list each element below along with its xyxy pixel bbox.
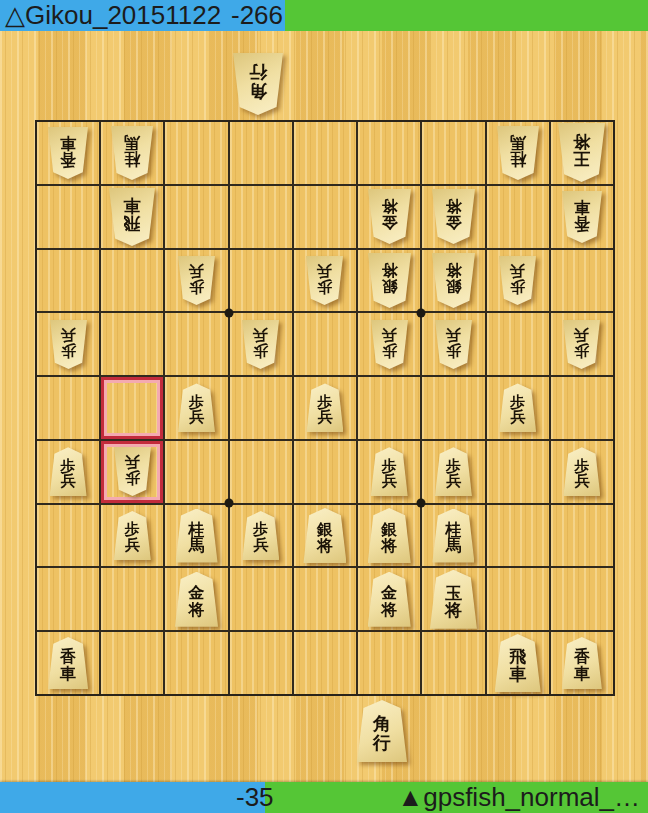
piece-kanji: 香 (574, 214, 590, 230)
piece-kanji: 将 (381, 261, 397, 277)
piece-kanji: 歩 (253, 342, 268, 357)
piece-kanji: 歩 (61, 342, 76, 357)
square-6a[interactable] (230, 122, 292, 184)
piece-silver-gote: 銀将 (368, 253, 411, 308)
square-6f[interactable] (230, 441, 292, 503)
square-4h[interactable]: 金将 (358, 568, 420, 630)
piece-face: 銀将 (303, 508, 346, 563)
sente-player-name: ▲gpsfish_normal_… (397, 782, 640, 813)
square-6c[interactable] (230, 250, 292, 312)
piece-kanji: 歩 (125, 470, 140, 485)
piece-gold-sente: 金将 (175, 572, 218, 627)
piece-face: 飛車 (109, 188, 155, 246)
piece-face: 角行 (233, 53, 283, 115)
piece-gold-sente: 金将 (368, 572, 411, 627)
piece-face: 歩兵 (114, 447, 151, 496)
piece-face: 金将 (175, 572, 218, 627)
piece-kanji: 将 (573, 133, 590, 151)
square-9f[interactable]: 歩兵 (37, 441, 99, 503)
piece-pawn-sente: 歩兵 (242, 511, 279, 560)
piece-kanji: 兵 (189, 263, 204, 278)
piece-kanji: 将 (445, 602, 462, 620)
piece-kanji: 兵 (61, 327, 76, 342)
piece-pawn-sente: 歩兵 (563, 447, 600, 496)
square-2d[interactable] (487, 313, 549, 375)
piece-kanji: 行 (249, 62, 267, 81)
piece-pawn-gote: 歩兵 (306, 256, 343, 305)
square-5a[interactable] (294, 122, 356, 184)
square-7b[interactable] (165, 186, 227, 248)
star-point (224, 499, 233, 508)
piece-silver-sente: 銀将 (368, 508, 411, 563)
piece-face: 角行 (357, 700, 407, 762)
piece-kanji: 金 (445, 214, 461, 230)
piece-kanji: 兵 (317, 263, 332, 278)
piece-kanji: 兵 (253, 538, 268, 553)
square-9d[interactable]: 歩兵 (37, 313, 99, 375)
piece-kanji: 将 (445, 198, 461, 214)
square-4i[interactable] (358, 632, 420, 694)
piece-kanji: 歩 (382, 342, 397, 357)
square-5f[interactable] (294, 441, 356, 503)
piece-kanji: 兵 (574, 327, 589, 342)
square-5b[interactable] (294, 186, 356, 248)
piece-lance-gote: 香車 (48, 127, 88, 179)
piece-face: 歩兵 (50, 447, 87, 496)
piece-silver-gote: 銀将 (432, 253, 475, 308)
piece-kanji: 行 (373, 734, 391, 753)
piece-kanji: 車 (124, 196, 141, 214)
square-3a[interactable] (422, 122, 484, 184)
square-8h[interactable] (101, 568, 163, 630)
piece-kanji: 兵 (574, 474, 589, 489)
square-1g[interactable] (551, 505, 613, 567)
piece-pawn-gote: 歩兵 (563, 320, 600, 369)
square-2c[interactable]: 歩兵 (487, 250, 549, 312)
piece-kanji: 兵 (382, 327, 397, 342)
piece-pawn-gote: 歩兵 (242, 320, 279, 369)
square-6b[interactable] (230, 186, 292, 248)
board-background: 香車桂馬桂馬王将飛車金将金将香車歩兵歩兵銀将銀将歩兵歩兵歩兵歩兵歩兵歩兵歩兵歩兵… (0, 31, 648, 782)
piece-face: 銀将 (368, 508, 411, 563)
square-4c[interactable]: 銀将 (358, 250, 420, 312)
square-8d[interactable] (101, 313, 163, 375)
square-9a[interactable]: 香車 (37, 122, 99, 184)
square-4a[interactable] (358, 122, 420, 184)
piece-face: 香車 (48, 127, 88, 179)
square-1h[interactable] (551, 568, 613, 630)
piece-pawn-sente: 歩兵 (499, 383, 536, 432)
square-8f[interactable]: 歩兵 (101, 441, 163, 503)
gote-score: -266 (231, 0, 283, 31)
shogi-app: △Gikou_20151122 -266 香車桂馬桂馬王将飛車金将金将香車歩兵歩… (0, 0, 648, 813)
square-3b[interactable]: 金将 (422, 186, 484, 248)
square-6h[interactable] (230, 568, 292, 630)
square-9i[interactable]: 香車 (37, 632, 99, 694)
piece-pawn-gote: 歩兵 (435, 320, 472, 369)
piece-kanji: 歩 (510, 278, 525, 293)
star-point (224, 308, 233, 317)
piece-kanji: 車 (509, 666, 526, 684)
piece-face: 歩兵 (563, 320, 600, 369)
piece-face: 香車 (562, 191, 602, 243)
square-3g[interactable]: 桂馬 (422, 505, 484, 567)
piece-kanji: 銀 (381, 278, 397, 294)
piece-face: 歩兵 (435, 320, 472, 369)
square-4e[interactable] (358, 377, 420, 439)
piece-face: 歩兵 (242, 511, 279, 560)
piece-face: 香車 (48, 637, 88, 689)
piece-pawn-gote: 歩兵 (178, 256, 215, 305)
piece-kanji: 銀 (445, 278, 461, 294)
piece-face: 銀将 (432, 253, 475, 308)
piece-face: 桂馬 (176, 509, 218, 563)
square-9c[interactable] (37, 250, 99, 312)
star-point (417, 308, 426, 317)
piece-gold-gote: 金将 (368, 189, 411, 244)
piece-face: 桂馬 (432, 509, 474, 563)
piece-kanji: 将 (317, 538, 333, 554)
piece-face: 玉将 (430, 570, 477, 629)
piece-kanji: 香 (60, 150, 76, 166)
piece-kanji: 将 (381, 538, 397, 554)
piece-kanji: 将 (445, 261, 461, 277)
piece-pawn-gote: 歩兵 (50, 320, 87, 369)
piece-bishop-gote[interactable]: 角行 (233, 53, 283, 115)
piece-king_gote-gote: 王将 (558, 123, 605, 182)
piece-kanji: 兵 (125, 454, 140, 469)
square-8c[interactable] (101, 250, 163, 312)
square-2h[interactable] (487, 568, 549, 630)
piece-kanji: 兵 (189, 410, 204, 425)
piece-kanji: 歩 (317, 278, 332, 293)
piece-face: 歩兵 (371, 447, 408, 496)
square-8a[interactable]: 桂馬 (101, 122, 163, 184)
piece-knight-sente: 桂馬 (432, 509, 474, 563)
square-7g[interactable]: 桂馬 (165, 505, 227, 567)
piece-kanji: 兵 (253, 327, 268, 342)
square-4g[interactable]: 銀将 (358, 505, 420, 567)
piece-kanji: 桂 (510, 150, 526, 166)
square-1f[interactable]: 歩兵 (551, 441, 613, 503)
square-2i[interactable]: 飛車 (487, 632, 549, 694)
square-7e[interactable]: 歩兵 (165, 377, 227, 439)
square-3e[interactable] (422, 377, 484, 439)
square-1e[interactable] (551, 377, 613, 439)
piece-kanji: 兵 (510, 410, 525, 425)
piece-kanji: 歩 (446, 342, 461, 357)
square-6g[interactable]: 歩兵 (230, 505, 292, 567)
square-9e[interactable] (37, 377, 99, 439)
square-9b[interactable] (37, 186, 99, 248)
square-8e[interactable] (101, 377, 163, 439)
square-3i[interactable] (422, 632, 484, 694)
piece-face: 歩兵 (371, 320, 408, 369)
piece-face: 歩兵 (306, 256, 343, 305)
square-5i[interactable] (294, 632, 356, 694)
piece-kanji: 兵 (382, 474, 397, 489)
piece-kanji: 歩 (574, 342, 589, 357)
piece-pawn-gote: 歩兵 (499, 256, 536, 305)
square-5g[interactable]: 銀将 (294, 505, 356, 567)
piece-kanji: 歩 (189, 278, 204, 293)
square-2a[interactable]: 桂馬 (487, 122, 549, 184)
square-5c[interactable]: 歩兵 (294, 250, 356, 312)
piece-kanji: 将 (189, 602, 205, 618)
square-1d[interactable]: 歩兵 (551, 313, 613, 375)
piece-face: 銀将 (368, 253, 411, 308)
piece-kanji: 王 (573, 150, 590, 168)
piece-pawn-sente: 歩兵 (371, 447, 408, 496)
square-4b[interactable]: 金将 (358, 186, 420, 248)
piece-lance-sente: 香車 (562, 637, 602, 689)
square-2b[interactable] (487, 186, 549, 248)
piece-silver-sente: 銀将 (303, 508, 346, 563)
piece-face: 香車 (562, 637, 602, 689)
piece-face: 歩兵 (114, 511, 151, 560)
piece-kanji: 将 (381, 198, 397, 214)
piece-pawn-gote: 歩兵 (114, 447, 151, 496)
piece-face: 歩兵 (242, 320, 279, 369)
square-1a[interactable]: 王将 (551, 122, 613, 184)
piece-kanji: 車 (60, 134, 76, 150)
gote-player-name: △Gikou_20151122 (5, 0, 221, 31)
square-1c[interactable] (551, 250, 613, 312)
piece-lance-gote: 香車 (562, 191, 602, 243)
piece-kanji: 兵 (510, 263, 525, 278)
piece-kanji: 兵 (125, 538, 140, 553)
piece-kanji: 馬 (510, 134, 526, 150)
shogi-board: 香車桂馬桂馬王将飛車金将金将香車歩兵歩兵銀将銀将歩兵歩兵歩兵歩兵歩兵歩兵歩兵歩兵… (35, 120, 615, 696)
square-8i[interactable] (101, 632, 163, 694)
piece-face: 金将 (432, 189, 475, 244)
piece-kanji: 車 (60, 666, 76, 682)
piece-face: 歩兵 (435, 447, 472, 496)
square-3c[interactable]: 銀将 (422, 250, 484, 312)
piece-face: 桂馬 (111, 126, 153, 180)
piece-face: 飛車 (495, 634, 541, 692)
piece-kanji: 金 (381, 214, 397, 230)
square-7h[interactable]: 金将 (165, 568, 227, 630)
square-5e[interactable]: 歩兵 (294, 377, 356, 439)
piece-knight-sente: 桂馬 (176, 509, 218, 563)
square-7f[interactable] (165, 441, 227, 503)
piece-kanji: 飛 (124, 214, 141, 232)
piece-kanji: 馬 (445, 538, 461, 554)
piece-pawn-sente: 歩兵 (50, 447, 87, 496)
piece-pawn-sente: 歩兵 (435, 447, 472, 496)
piece-face: 歩兵 (499, 383, 536, 432)
square-7c[interactable]: 歩兵 (165, 250, 227, 312)
piece-face: 歩兵 (178, 256, 215, 305)
piece-face: 歩兵 (563, 447, 600, 496)
piece-kanji: 兵 (317, 410, 332, 425)
square-1b[interactable]: 香車 (551, 186, 613, 248)
square-8g[interactable]: 歩兵 (101, 505, 163, 567)
piece-lance-sente: 香車 (48, 637, 88, 689)
square-3d[interactable]: 歩兵 (422, 313, 484, 375)
piece-rook-sente: 飛車 (495, 634, 541, 692)
square-2f[interactable] (487, 441, 549, 503)
square-4d[interactable]: 歩兵 (358, 313, 420, 375)
square-1i[interactable]: 香車 (551, 632, 613, 694)
square-9g[interactable] (37, 505, 99, 567)
gote-info-bar: △Gikou_20151122 -266 (0, 0, 648, 31)
piece-face: 歩兵 (499, 256, 536, 305)
piece-rook-gote: 飛車 (109, 188, 155, 246)
square-9h[interactable] (37, 568, 99, 630)
piece-pawn-sente: 歩兵 (114, 511, 151, 560)
piece-pawn-sente: 歩兵 (306, 383, 343, 432)
square-6e[interactable] (230, 377, 292, 439)
sente-hand-tray: 角行 (357, 700, 407, 762)
square-2e[interactable]: 歩兵 (487, 377, 549, 439)
piece-kanji: 兵 (446, 474, 461, 489)
piece-face: 歩兵 (306, 383, 343, 432)
square-7i[interactable] (165, 632, 227, 694)
piece-kanji: 馬 (124, 134, 140, 150)
square-5d[interactable] (294, 313, 356, 375)
piece-face: 歩兵 (178, 383, 215, 432)
piece-face: 桂馬 (497, 126, 539, 180)
piece-face: 金将 (368, 572, 411, 627)
piece-knight-gote: 桂馬 (497, 126, 539, 180)
piece-kanji: 将 (381, 602, 397, 618)
piece-kanji: 角 (249, 81, 267, 100)
sente-eval-gauge-blue (0, 782, 265, 813)
piece-pawn-gote: 歩兵 (371, 320, 408, 369)
square-6d[interactable]: 歩兵 (230, 313, 292, 375)
sente-info-bar: -35 ▲gpsfish_normal_… (0, 782, 648, 813)
sente-score: -35 (236, 782, 274, 813)
piece-king_sente-sente: 玉将 (430, 570, 477, 629)
square-4f[interactable]: 歩兵 (358, 441, 420, 503)
piece-kanji: 兵 (61, 474, 76, 489)
square-3f[interactable]: 歩兵 (422, 441, 484, 503)
piece-kanji: 兵 (446, 327, 461, 342)
piece-kanji: 馬 (189, 538, 205, 554)
piece-gold-gote: 金将 (432, 189, 475, 244)
piece-kanji: 車 (574, 198, 590, 214)
piece-kanji: 桂 (124, 150, 140, 166)
piece-face: 王将 (558, 123, 605, 182)
piece-face: 金将 (368, 189, 411, 244)
star-point (417, 499, 426, 508)
gote-hand-tray: 角行 (233, 53, 283, 115)
square-7d[interactable] (165, 313, 227, 375)
piece-kanji: 車 (574, 666, 590, 682)
piece-pawn-sente: 歩兵 (178, 383, 215, 432)
piece-knight-gote: 桂馬 (111, 126, 153, 180)
piece-face: 歩兵 (50, 320, 87, 369)
square-6i[interactable] (230, 632, 292, 694)
square-5h[interactable] (294, 568, 356, 630)
piece-bishop-sente[interactable]: 角行 (357, 700, 407, 762)
square-3h[interactable]: 玉将 (422, 568, 484, 630)
square-8b[interactable]: 飛車 (101, 186, 163, 248)
square-7a[interactable] (165, 122, 227, 184)
square-2g[interactable] (487, 505, 549, 567)
